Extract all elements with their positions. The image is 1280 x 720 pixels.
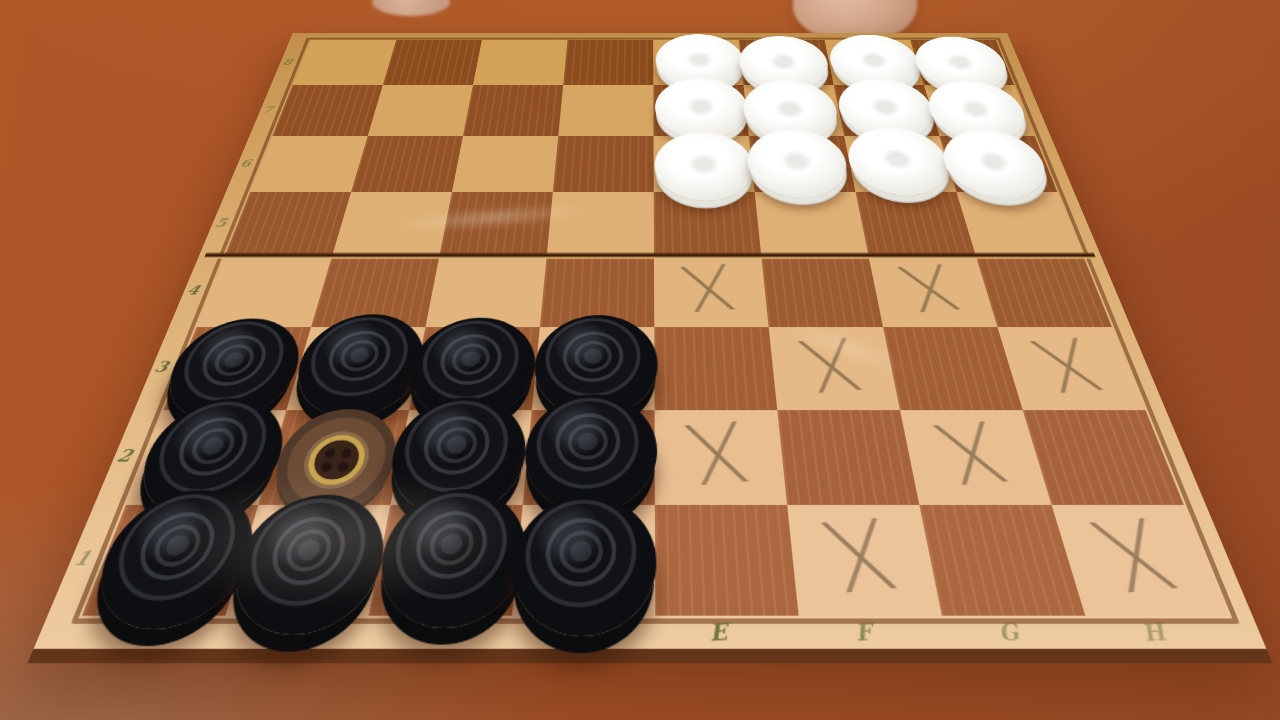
- square-d8[interactable]: [563, 40, 653, 85]
- square-h8[interactable]: [910, 40, 1014, 85]
- square-h6[interactable]: [939, 136, 1057, 192]
- square-c4[interactable]: [425, 255, 546, 327]
- file-label-e: E: [645, 612, 793, 653]
- file-label-g: G: [933, 612, 1086, 653]
- square-e2[interactable]: [655, 410, 788, 505]
- square-e1[interactable]: [655, 505, 799, 616]
- square-d7[interactable]: [558, 85, 653, 135]
- skin-colored-object-left: [372, 0, 450, 16]
- square-b7[interactable]: [368, 85, 473, 135]
- board-grid: 12345678ABCDEFGH: [34, 33, 1267, 649]
- x-mark-g2: [922, 420, 1025, 487]
- file-label-h: H: [1076, 612, 1231, 653]
- square-d6[interactable]: [553, 136, 654, 192]
- black-checker-d1[interactable]: [506, 496, 657, 637]
- square-f4[interactable]: [761, 255, 883, 327]
- square-b6[interactable]: [351, 136, 463, 192]
- x-mark-g4: [887, 263, 975, 314]
- board-hinge-seam: [204, 252, 1097, 259]
- square-a3[interactable]: [164, 327, 311, 409]
- square-d5[interactable]: [547, 192, 654, 255]
- square-f3[interactable]: [769, 327, 900, 409]
- square-a6[interactable]: [250, 136, 368, 192]
- square-e5[interactable]: [654, 192, 761, 255]
- x-mark-f3: [787, 336, 877, 394]
- square-d1[interactable]: [512, 505, 655, 616]
- square-c8[interactable]: [473, 40, 568, 85]
- square-f6[interactable]: [749, 136, 856, 192]
- square-a5[interactable]: [225, 192, 351, 255]
- square-e7[interactable]: [653, 85, 748, 135]
- square-h4[interactable]: [976, 255, 1112, 327]
- square-f7[interactable]: [744, 85, 844, 135]
- square-f2[interactable]: [777, 410, 919, 505]
- black-checker-c1[interactable]: [369, 490, 532, 629]
- square-c5[interactable]: [439, 192, 552, 255]
- square-b3[interactable]: [286, 327, 425, 409]
- square-e4[interactable]: [654, 255, 769, 327]
- photo-scene: 12345678ABCDEFGH: [0, 0, 1280, 720]
- square-b8[interactable]: [383, 40, 482, 85]
- square-f1[interactable]: [787, 505, 942, 616]
- square-c7[interactable]: [463, 85, 563, 135]
- x-mark-e2: [673, 420, 765, 487]
- square-a7[interactable]: [273, 85, 383, 135]
- x-mark-e4: [670, 263, 750, 314]
- x-mark-h3: [1019, 336, 1119, 394]
- square-a8[interactable]: [293, 40, 397, 85]
- square-e3[interactable]: [654, 327, 777, 409]
- square-a4[interactable]: [196, 255, 332, 327]
- square-f8[interactable]: [739, 40, 834, 85]
- square-c1[interactable]: [369, 505, 523, 616]
- square-h2[interactable]: [1023, 410, 1184, 505]
- square-h3[interactable]: [998, 327, 1146, 409]
- square-b5[interactable]: [332, 192, 452, 255]
- white-checker-f6[interactable]: [745, 130, 853, 198]
- square-f5[interactable]: [755, 192, 869, 255]
- square-g6[interactable]: [844, 136, 956, 192]
- white-checker-e6[interactable]: [654, 132, 756, 201]
- square-h7[interactable]: [924, 85, 1035, 135]
- x-mark-f1: [809, 517, 915, 595]
- square-e6[interactable]: [654, 136, 755, 192]
- square-c6[interactable]: [452, 136, 558, 192]
- square-d2[interactable]: [523, 410, 655, 505]
- square-h5[interactable]: [956, 192, 1083, 255]
- square-g5[interactable]: [856, 192, 976, 255]
- white-checker-e7[interactable]: [655, 78, 751, 139]
- x-mark-h1: [1077, 517, 1196, 595]
- checkers-board: 12345678ABCDEFGH: [28, 33, 1273, 663]
- file-label-f: F: [789, 612, 939, 653]
